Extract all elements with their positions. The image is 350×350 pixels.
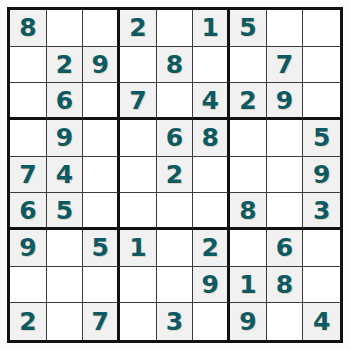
- sudoku-cell-r8c5[interactable]: [157, 267, 194, 304]
- sudoku-cell-r7c3[interactable]: 5: [83, 230, 120, 267]
- sudoku-cell-r6c5[interactable]: [157, 193, 194, 230]
- sudoku-cell-r8c6[interactable]: 9: [193, 267, 230, 304]
- sudoku-cell-r7c9[interactable]: [303, 230, 340, 267]
- sudoku-cell-r8c1[interactable]: [10, 267, 47, 304]
- sudoku-cell-r5c4[interactable]: [120, 157, 157, 194]
- sudoku-cell-r4c4[interactable]: [120, 120, 157, 157]
- sudoku-cell-r5c5[interactable]: 2: [157, 157, 194, 194]
- sudoku-cell-r6c4[interactable]: [120, 193, 157, 230]
- sudoku-cell-r3c7[interactable]: 2: [230, 83, 267, 120]
- sudoku-cell-r8c3[interactable]: [83, 267, 120, 304]
- sudoku-cell-r9c4[interactable]: [120, 303, 157, 340]
- sudoku-cell-r6c6[interactable]: [193, 193, 230, 230]
- sudoku-cell-r3c6[interactable]: 4: [193, 83, 230, 120]
- sudoku-cell-r5c2[interactable]: 4: [47, 157, 84, 194]
- sudoku-cell-r3c3[interactable]: [83, 83, 120, 120]
- sudoku-cell-r2c4[interactable]: [120, 47, 157, 84]
- sudoku-cell-r7c4[interactable]: 1: [120, 230, 157, 267]
- sudoku-cell-r3c9[interactable]: [303, 83, 340, 120]
- sudoku-cell-r4c9[interactable]: 5: [303, 120, 340, 157]
- sudoku-cell-r9c7[interactable]: 9: [230, 303, 267, 340]
- sudoku-cell-r9c9[interactable]: 4: [303, 303, 340, 340]
- sudoku-cell-r2c7[interactable]: [230, 47, 267, 84]
- sudoku-cell-r1c5[interactable]: [157, 10, 194, 47]
- sudoku-cell-r9c8[interactable]: [267, 303, 304, 340]
- sudoku-cell-r1c7[interactable]: 5: [230, 10, 267, 47]
- sudoku-cell-r9c6[interactable]: [193, 303, 230, 340]
- sudoku-cell-r8c2[interactable]: [47, 267, 84, 304]
- sudoku-cell-r8c9[interactable]: [303, 267, 340, 304]
- sudoku-cell-r5c3[interactable]: [83, 157, 120, 194]
- sudoku-cell-r3c4[interactable]: 7: [120, 83, 157, 120]
- sudoku-cell-r5c1[interactable]: 7: [10, 157, 47, 194]
- sudoku-cell-r2c3[interactable]: 9: [83, 47, 120, 84]
- sudoku-cell-r8c7[interactable]: 1: [230, 267, 267, 304]
- sudoku-cell-r7c2[interactable]: [47, 230, 84, 267]
- sudoku-cell-r5c6[interactable]: [193, 157, 230, 194]
- sudoku-cell-r4c7[interactable]: [230, 120, 267, 157]
- sudoku-cell-r6c3[interactable]: [83, 193, 120, 230]
- sudoku-cell-r7c1[interactable]: 9: [10, 230, 47, 267]
- sudoku-cell-r1c3[interactable]: [83, 10, 120, 47]
- sudoku-cell-r4c3[interactable]: [83, 120, 120, 157]
- sudoku-cell-r6c2[interactable]: 5: [47, 193, 84, 230]
- sudoku-cell-r6c8[interactable]: [267, 193, 304, 230]
- sudoku-cell-r5c7[interactable]: [230, 157, 267, 194]
- sudoku-cell-r8c4[interactable]: [120, 267, 157, 304]
- sudoku-cell-r6c7[interactable]: 8: [230, 193, 267, 230]
- sudoku-cell-r7c8[interactable]: 6: [267, 230, 304, 267]
- sudoku-cell-r1c4[interactable]: 2: [120, 10, 157, 47]
- sudoku-cell-r3c8[interactable]: 9: [267, 83, 304, 120]
- sudoku-cell-r4c8[interactable]: [267, 120, 304, 157]
- sudoku-cell-r4c6[interactable]: 8: [193, 120, 230, 157]
- sudoku-cell-r3c1[interactable]: [10, 83, 47, 120]
- sudoku-cell-r5c9[interactable]: 9: [303, 157, 340, 194]
- sudoku-cell-r6c9[interactable]: 3: [303, 193, 340, 230]
- sudoku-cell-r3c2[interactable]: 6: [47, 83, 84, 120]
- sudoku-cell-r8c8[interactable]: 8: [267, 267, 304, 304]
- sudoku-cell-r1c2[interactable]: [47, 10, 84, 47]
- sudoku-cell-r9c2[interactable]: [47, 303, 84, 340]
- sudoku-cell-r4c5[interactable]: 6: [157, 120, 194, 157]
- sudoku-cell-r2c2[interactable]: 2: [47, 47, 84, 84]
- sudoku-cell-r1c1[interactable]: 8: [10, 10, 47, 47]
- sudoku-cell-r2c5[interactable]: 8: [157, 47, 194, 84]
- sudoku-cell-r4c1[interactable]: [10, 120, 47, 157]
- sudoku-cell-r1c6[interactable]: 1: [193, 10, 230, 47]
- sudoku-cell-r9c5[interactable]: 3: [157, 303, 194, 340]
- sudoku-cell-r7c6[interactable]: 2: [193, 230, 230, 267]
- sudoku-cell-r2c1[interactable]: [10, 47, 47, 84]
- sudoku-cell-r9c3[interactable]: 7: [83, 303, 120, 340]
- sudoku-cell-r3c5[interactable]: [157, 83, 194, 120]
- sudoku-cell-r9c1[interactable]: 2: [10, 303, 47, 340]
- sudoku-cell-r7c5[interactable]: [157, 230, 194, 267]
- sudoku-cell-r2c6[interactable]: [193, 47, 230, 84]
- sudoku-cell-r1c8[interactable]: [267, 10, 304, 47]
- sudoku-cell-r1c9[interactable]: [303, 10, 340, 47]
- sudoku-cell-r2c9[interactable]: [303, 47, 340, 84]
- sudoku-cell-r4c2[interactable]: 9: [47, 120, 84, 157]
- sudoku-cell-r5c8[interactable]: [267, 157, 304, 194]
- sudoku-cell-r6c1[interactable]: 6: [10, 193, 47, 230]
- sudoku-cell-r2c8[interactable]: 7: [267, 47, 304, 84]
- sudoku-board: 82152987674299685742965839512691827394: [7, 7, 343, 343]
- sudoku-cell-r7c7[interactable]: [230, 230, 267, 267]
